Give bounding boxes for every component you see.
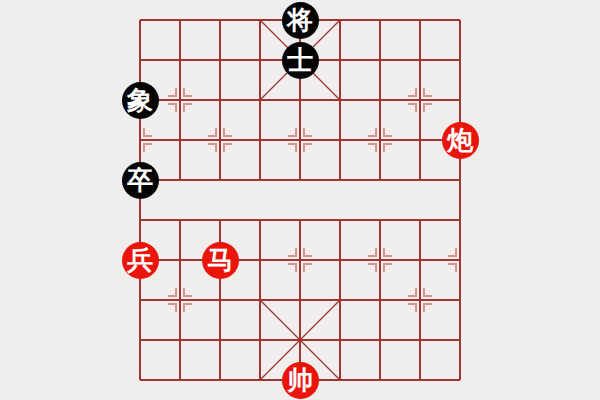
- point-4-9[interactable]: 帅: [280, 360, 320, 400]
- point-0-6[interactable]: 兵: [120, 240, 160, 280]
- piece-black-advisor[interactable]: 士: [282, 42, 319, 79]
- piece-red-horse[interactable]: 马: [202, 242, 239, 279]
- piece-red-cannon[interactable]: 炮: [442, 122, 479, 159]
- xiangqi-board: 将士象炮卒兵马帅: [0, 0, 600, 400]
- point-0-4[interactable]: 卒: [120, 160, 160, 200]
- piece-red-pawn[interactable]: 兵: [122, 242, 159, 279]
- piece-black-general[interactable]: 将: [282, 2, 319, 39]
- point-0-2[interactable]: 象: [120, 80, 160, 120]
- point-4-1[interactable]: 士: [280, 40, 320, 80]
- point-2-6[interactable]: 马: [200, 240, 240, 280]
- point-4-0[interactable]: 将: [280, 0, 320, 40]
- piece-black-pawn[interactable]: 卒: [122, 162, 159, 199]
- piece-black-elephant[interactable]: 象: [122, 82, 159, 119]
- piece-red-general[interactable]: 帅: [282, 362, 319, 399]
- point-8-3[interactable]: 炮: [440, 120, 480, 160]
- board-grid[interactable]: 将士象炮卒兵马帅: [120, 0, 480, 400]
